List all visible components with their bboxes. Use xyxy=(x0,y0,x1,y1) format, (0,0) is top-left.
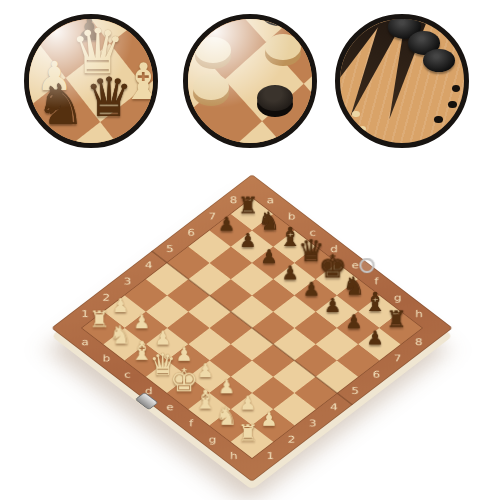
file-label-far-c: c xyxy=(298,224,328,241)
rank-label-right-2: 2 xyxy=(281,428,303,451)
file-label-far-d: d xyxy=(319,240,349,257)
rank-label-left-5: 5 xyxy=(159,237,181,260)
rank-label-right-5: 5 xyxy=(344,379,366,402)
file-label-near-h: h xyxy=(219,447,249,464)
file-label-far-b: b xyxy=(277,208,307,225)
inset-checkers-closeup xyxy=(183,14,317,148)
rank-label-left-6: 6 xyxy=(180,221,202,244)
rank-label-left-7: 7 xyxy=(201,205,223,228)
backgammon-point-dot xyxy=(434,116,443,123)
file-label-far-a: a xyxy=(255,192,285,209)
rank-label-left-4: 4 xyxy=(138,254,160,277)
file-label-far-f: f xyxy=(361,273,391,290)
chess-board-scene: abcdefgh abcdefgh 87654321 87654321 ♜♞♝♛… xyxy=(110,186,394,470)
chess-board: abcdefgh abcdefgh 87654321 87654321 ♜♞♝♛… xyxy=(51,174,453,482)
file-label-far-e: e xyxy=(340,257,370,274)
file-label-far-g: g xyxy=(383,289,413,306)
inset-chess-closeup: ♟♛♟♞♛♝ xyxy=(24,14,158,148)
rank-label-left-8: 8 xyxy=(223,189,245,212)
piece-black-pawn-h7: ♟ xyxy=(360,329,390,348)
rank-label-left-3: 3 xyxy=(117,270,139,293)
highlight-overlay xyxy=(188,19,312,143)
backgammon-point-dot xyxy=(448,101,457,108)
backgammon-pale-dot xyxy=(352,111,359,117)
rank-label-right-4: 4 xyxy=(323,396,345,419)
highlight-overlay xyxy=(29,19,153,143)
backgammon-pale-dot xyxy=(359,126,366,132)
inset-backgammon-closeup xyxy=(335,14,469,148)
piece-white-rook-h1: ♜ xyxy=(233,422,263,445)
